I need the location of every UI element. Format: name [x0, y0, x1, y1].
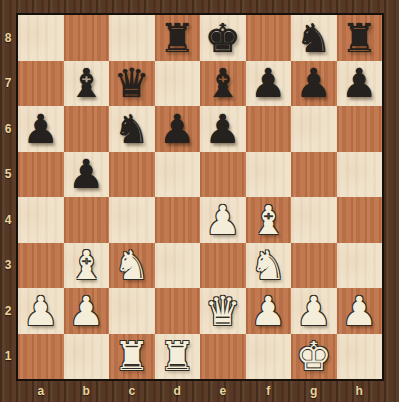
file-label-b: b	[64, 380, 110, 402]
file-label-d: d	[155, 380, 201, 402]
square-d3[interactable]	[155, 243, 201, 289]
square-c3[interactable]: ♞	[109, 243, 155, 289]
white-pawn: ♟	[18, 288, 64, 334]
white-king: ♚	[291, 334, 337, 380]
square-e3[interactable]	[200, 243, 246, 289]
square-d8[interactable]: ♜	[155, 15, 201, 61]
rank-label-1: 1	[0, 334, 16, 380]
black-pawn: ♟	[18, 106, 64, 152]
white-bishop: ♝	[246, 197, 292, 243]
square-c1[interactable]: ♜	[109, 334, 155, 380]
square-a3[interactable]	[18, 243, 64, 289]
black-pawn: ♟	[291, 61, 337, 107]
rank-labels: 87654321	[0, 15, 16, 379]
chess-board: ♜♚♞♜♝♛♝♟♟♟♟♞♟♟♟♟♝♝♞♞♟♟♛♟♟♟♜♜♚	[18, 15, 382, 379]
white-bishop: ♝	[64, 243, 110, 289]
white-queen: ♛	[200, 288, 246, 334]
square-b2[interactable]: ♟	[64, 288, 110, 334]
black-pawn: ♟	[200, 106, 246, 152]
square-d1[interactable]: ♜	[155, 334, 201, 380]
square-f7[interactable]: ♟	[246, 61, 292, 107]
square-a8[interactable]	[18, 15, 64, 61]
square-d7[interactable]	[155, 61, 201, 107]
rank-label-3: 3	[0, 243, 16, 289]
file-label-c: c	[109, 380, 155, 402]
rank-label-4: 4	[0, 197, 16, 243]
square-h2[interactable]: ♟	[337, 288, 383, 334]
square-e7[interactable]: ♝	[200, 61, 246, 107]
square-h1[interactable]	[337, 334, 383, 380]
square-h4[interactable]	[337, 197, 383, 243]
square-h7[interactable]: ♟	[337, 61, 383, 107]
rank-label-6: 6	[0, 106, 16, 152]
square-b7[interactable]: ♝	[64, 61, 110, 107]
square-c6[interactable]: ♞	[109, 106, 155, 152]
square-e1[interactable]	[200, 334, 246, 380]
square-h5[interactable]	[337, 152, 383, 198]
square-h3[interactable]	[337, 243, 383, 289]
white-pawn: ♟	[64, 288, 110, 334]
black-knight: ♞	[291, 15, 337, 61]
file-label-h: h	[337, 380, 383, 402]
black-rook: ♜	[337, 15, 383, 61]
square-a4[interactable]	[18, 197, 64, 243]
file-label-a: a	[18, 380, 64, 402]
rank-label-2: 2	[0, 288, 16, 334]
white-knight: ♞	[109, 243, 155, 289]
square-d4[interactable]	[155, 197, 201, 243]
black-pawn: ♟	[155, 106, 201, 152]
square-f4[interactable]: ♝	[246, 197, 292, 243]
square-b1[interactable]	[64, 334, 110, 380]
square-b5[interactable]: ♟	[64, 152, 110, 198]
square-f3[interactable]: ♞	[246, 243, 292, 289]
white-rook: ♜	[109, 334, 155, 380]
square-f2[interactable]: ♟	[246, 288, 292, 334]
square-c2[interactable]	[109, 288, 155, 334]
square-a7[interactable]	[18, 61, 64, 107]
square-e6[interactable]: ♟	[200, 106, 246, 152]
white-pawn: ♟	[291, 288, 337, 334]
square-g4[interactable]	[291, 197, 337, 243]
black-bishop: ♝	[64, 61, 110, 107]
square-h6[interactable]	[337, 106, 383, 152]
black-knight: ♞	[109, 106, 155, 152]
square-d5[interactable]	[155, 152, 201, 198]
square-a1[interactable]	[18, 334, 64, 380]
square-b6[interactable]	[64, 106, 110, 152]
file-labels: abcdefgh	[18, 380, 382, 402]
chess-board-window: 87654321 ♜♚♞♜♝♛♝♟♟♟♟♞♟♟♟♟♝♝♞♞♟♟♛♟♟♟♜♜♚ a…	[0, 0, 399, 402]
square-f5[interactable]	[246, 152, 292, 198]
white-knight: ♞	[246, 243, 292, 289]
rank-label-7: 7	[0, 61, 16, 107]
square-c4[interactable]	[109, 197, 155, 243]
white-pawn: ♟	[246, 288, 292, 334]
file-label-e: e	[200, 380, 246, 402]
black-king: ♚	[200, 15, 246, 61]
square-f1[interactable]	[246, 334, 292, 380]
square-g1[interactable]: ♚	[291, 334, 337, 380]
black-bishop: ♝	[200, 61, 246, 107]
white-rook: ♜	[155, 334, 201, 380]
rank-label-8: 8	[0, 15, 16, 61]
square-g2[interactable]: ♟	[291, 288, 337, 334]
square-h8[interactable]: ♜	[337, 15, 383, 61]
square-e8[interactable]: ♚	[200, 15, 246, 61]
square-e5[interactable]	[200, 152, 246, 198]
square-f6[interactable]	[246, 106, 292, 152]
square-c7[interactable]: ♛	[109, 61, 155, 107]
square-b3[interactable]: ♝	[64, 243, 110, 289]
black-rook: ♜	[155, 15, 201, 61]
square-d6[interactable]: ♟	[155, 106, 201, 152]
square-f8[interactable]	[246, 15, 292, 61]
square-b4[interactable]	[64, 197, 110, 243]
file-label-f: f	[246, 380, 292, 402]
file-label-g: g	[291, 380, 337, 402]
square-a2[interactable]: ♟	[18, 288, 64, 334]
square-g5[interactable]	[291, 152, 337, 198]
white-pawn: ♟	[200, 197, 246, 243]
square-g3[interactable]	[291, 243, 337, 289]
square-a6[interactable]: ♟	[18, 106, 64, 152]
rank-label-5: 5	[0, 152, 16, 198]
square-a5[interactable]	[18, 152, 64, 198]
black-pawn: ♟	[337, 61, 383, 107]
square-g6[interactable]	[291, 106, 337, 152]
square-c8[interactable]	[109, 15, 155, 61]
square-e2[interactable]: ♛	[200, 288, 246, 334]
square-e4[interactable]: ♟	[200, 197, 246, 243]
black-pawn: ♟	[64, 152, 110, 198]
square-b8[interactable]	[64, 15, 110, 61]
white-pawn: ♟	[337, 288, 383, 334]
black-pawn: ♟	[246, 61, 292, 107]
square-g7[interactable]: ♟	[291, 61, 337, 107]
square-c5[interactable]	[109, 152, 155, 198]
square-g8[interactable]: ♞	[291, 15, 337, 61]
square-d2[interactable]	[155, 288, 201, 334]
black-queen: ♛	[109, 61, 155, 107]
